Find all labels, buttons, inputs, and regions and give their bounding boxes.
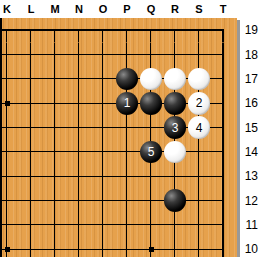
black-stone-R12 xyxy=(164,189,187,212)
white-stone-R14 xyxy=(164,141,187,164)
board-point-P12[interactable] xyxy=(115,188,139,212)
board-point-R17[interactable] xyxy=(163,67,187,91)
board-point-Q15[interactable] xyxy=(139,116,163,140)
board-point-S13[interactable] xyxy=(187,164,211,188)
board-point-Q11[interactable] xyxy=(139,213,163,237)
board-point-Q10[interactable] xyxy=(139,237,163,257)
board-point-N16[interactable] xyxy=(67,91,91,115)
board-point-R18[interactable] xyxy=(163,43,187,67)
board-point-P19[interactable] xyxy=(115,18,139,42)
board-point-S15[interactable]: 4 xyxy=(187,116,211,140)
board-point-N11[interactable] xyxy=(67,213,91,237)
board-point-P17[interactable] xyxy=(115,67,139,91)
column-label-S: S xyxy=(187,1,211,17)
board-point-Q19[interactable] xyxy=(139,18,163,42)
row-label-11: 11 xyxy=(240,217,258,233)
board-point-R14[interactable] xyxy=(163,140,187,164)
column-label-K: K xyxy=(0,1,19,17)
board-point-N19[interactable] xyxy=(67,18,91,42)
board-point-K16[interactable] xyxy=(0,91,19,115)
board-point-O14[interactable] xyxy=(91,140,115,164)
board-point-M18[interactable] xyxy=(43,43,67,67)
board-point-T14[interactable] xyxy=(211,140,235,164)
row-label-15: 15 xyxy=(240,120,258,136)
board-point-M17[interactable] xyxy=(43,67,67,91)
board-point-M15[interactable] xyxy=(43,116,67,140)
row-label-12: 12 xyxy=(240,193,258,209)
board-cut-edge-line xyxy=(0,18,2,257)
board-point-N18[interactable] xyxy=(67,43,91,67)
row-label-13: 13 xyxy=(240,168,258,184)
board-point-L13[interactable] xyxy=(19,164,43,188)
board-point-K14[interactable] xyxy=(0,140,19,164)
board-point-O11[interactable] xyxy=(91,213,115,237)
board-point-T12[interactable] xyxy=(211,188,235,212)
board-point-S11[interactable] xyxy=(187,213,211,237)
board-point-K15[interactable] xyxy=(0,116,19,140)
board-point-P11[interactable] xyxy=(115,213,139,237)
board-point-S17[interactable] xyxy=(187,67,211,91)
white-stone-R17 xyxy=(164,68,187,91)
board-point-O13[interactable] xyxy=(91,164,115,188)
board-point-M11[interactable] xyxy=(43,213,67,237)
star-point-Q10 xyxy=(149,247,154,252)
board-point-K13[interactable] xyxy=(0,164,19,188)
board-point-L10[interactable] xyxy=(19,237,43,257)
board-point-L19[interactable] xyxy=(19,18,43,42)
board-point-O19[interactable] xyxy=(91,18,115,42)
board-point-L12[interactable] xyxy=(19,188,43,212)
board-point-P16[interactable]: 1 xyxy=(115,91,139,115)
column-label-Q: Q xyxy=(139,1,163,17)
column-label-L: L xyxy=(19,1,43,17)
board-point-T19[interactable] xyxy=(211,18,235,42)
board-point-M13[interactable] xyxy=(43,164,67,188)
board-point-S12[interactable] xyxy=(187,188,211,212)
board-point-M16[interactable] xyxy=(43,91,67,115)
row-label-17: 17 xyxy=(240,71,258,87)
board-point-Q12[interactable] xyxy=(139,188,163,212)
board-point-K17[interactable] xyxy=(0,67,19,91)
board-point-O12[interactable] xyxy=(91,188,115,212)
board-point-K18[interactable] xyxy=(0,43,19,67)
board-point-S14[interactable] xyxy=(187,140,211,164)
board-point-T15[interactable] xyxy=(211,116,235,140)
board-point-N17[interactable] xyxy=(67,67,91,91)
board-point-N12[interactable] xyxy=(67,188,91,212)
board-point-T10[interactable] xyxy=(211,237,235,257)
board-point-Q16[interactable] xyxy=(139,91,163,115)
board-point-L15[interactable] xyxy=(19,116,43,140)
move-number-label: 2 xyxy=(196,97,203,109)
board-point-L18[interactable] xyxy=(19,43,43,67)
board-point-K12[interactable] xyxy=(0,188,19,212)
white-stone-S16: 2 xyxy=(188,92,211,115)
board-point-K10[interactable] xyxy=(0,237,19,257)
board-point-M14[interactable] xyxy=(43,140,67,164)
white-stone-Q17 xyxy=(140,68,163,91)
board-point-P14[interactable] xyxy=(115,140,139,164)
board-point-R13[interactable] xyxy=(163,164,187,188)
board-point-S18[interactable] xyxy=(187,43,211,67)
black-stone-R16 xyxy=(164,92,187,115)
board-point-Q14[interactable]: 5 xyxy=(139,140,163,164)
board-point-N15[interactable] xyxy=(67,116,91,140)
board-point-N13[interactable] xyxy=(67,164,91,188)
column-label-R: R xyxy=(163,1,187,17)
board-point-M19[interactable] xyxy=(43,18,67,42)
black-stone-R15: 3 xyxy=(164,116,187,139)
go-board-grid[interactable]: 12345 xyxy=(0,18,235,257)
black-stone-Q14: 5 xyxy=(140,141,163,164)
board-point-O15[interactable] xyxy=(91,116,115,140)
board-point-Q13[interactable] xyxy=(139,164,163,188)
board-point-R16[interactable] xyxy=(163,91,187,115)
board-point-K19[interactable] xyxy=(0,18,19,42)
column-labels: KLMNOPQRST xyxy=(0,0,260,18)
board-point-T16[interactable] xyxy=(211,91,235,115)
column-label-P: P xyxy=(115,1,139,17)
move-number-label: 4 xyxy=(196,122,203,134)
board-point-P10[interactable] xyxy=(115,237,139,257)
board-point-R15[interactable]: 3 xyxy=(163,116,187,140)
board-point-R11[interactable] xyxy=(163,213,187,237)
go-diagram: KLMNOPQRST 19181716151413121110 12345 xyxy=(0,0,260,257)
black-stone-Q16 xyxy=(140,92,163,115)
board-point-L17[interactable] xyxy=(19,67,43,91)
row-labels: 19181716151413121110 xyxy=(240,0,260,257)
row-label-19: 19 xyxy=(240,22,258,38)
move-number-label: 1 xyxy=(124,97,131,109)
row-label-16: 16 xyxy=(240,95,258,111)
board-point-P13[interactable] xyxy=(115,164,139,188)
board-point-S19[interactable] xyxy=(187,18,211,42)
move-number-label: 3 xyxy=(172,122,179,134)
star-point-K10 xyxy=(5,247,10,252)
board-point-P15[interactable] xyxy=(115,116,139,140)
black-stone-P16: 1 xyxy=(116,92,139,115)
board-point-O16[interactable] xyxy=(91,91,115,115)
column-label-O: O xyxy=(91,1,115,17)
white-stone-S17 xyxy=(188,68,211,91)
board-point-M10[interactable] xyxy=(43,237,67,257)
board-point-T11[interactable] xyxy=(211,213,235,237)
board-point-L14[interactable] xyxy=(19,140,43,164)
move-number-label: 5 xyxy=(148,146,155,158)
board-point-K11[interactable] xyxy=(0,213,19,237)
board-point-P18[interactable] xyxy=(115,43,139,67)
column-label-T: T xyxy=(211,1,235,17)
board-point-T18[interactable] xyxy=(211,43,235,67)
board-point-T13[interactable] xyxy=(211,164,235,188)
column-label-M: M xyxy=(43,1,67,17)
board-point-Q18[interactable] xyxy=(139,43,163,67)
board-point-S16[interactable]: 2 xyxy=(187,91,211,115)
board-point-O18[interactable] xyxy=(91,43,115,67)
board-point-L16[interactable] xyxy=(19,91,43,115)
board-point-R19[interactable] xyxy=(163,18,187,42)
board-point-R10[interactable] xyxy=(163,237,187,257)
board-point-R12[interactable] xyxy=(163,188,187,212)
black-stone-P17 xyxy=(116,68,139,91)
white-stone-S15: 4 xyxy=(188,116,211,139)
board-point-Q17[interactable] xyxy=(139,67,163,91)
board-point-T17[interactable] xyxy=(211,67,235,91)
row-label-18: 18 xyxy=(240,47,258,63)
row-label-14: 14 xyxy=(240,144,258,160)
board-point-S10[interactable] xyxy=(187,237,211,257)
column-label-N: N xyxy=(67,1,91,17)
board-point-N14[interactable] xyxy=(67,140,91,164)
board-point-M12[interactable] xyxy=(43,188,67,212)
board-point-L11[interactable] xyxy=(19,213,43,237)
row-label-10: 10 xyxy=(240,241,258,257)
board-point-N10[interactable] xyxy=(67,237,91,257)
board-point-O17[interactable] xyxy=(91,67,115,91)
star-point-K16 xyxy=(5,101,10,106)
board-point-O10[interactable] xyxy=(91,237,115,257)
